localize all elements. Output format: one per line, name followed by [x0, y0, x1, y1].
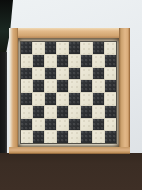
- square-g4: [93, 93, 104, 105]
- square-e8: [69, 42, 80, 54]
- square-a5: [21, 80, 32, 92]
- square-h8: [105, 42, 116, 54]
- square-g8: [93, 42, 104, 54]
- square-d3: [57, 106, 68, 118]
- square-e3: [69, 106, 80, 118]
- square-b6: [33, 68, 44, 80]
- square-d5: [57, 80, 68, 92]
- square-b5: [33, 80, 44, 92]
- square-a4: [21, 93, 32, 105]
- square-d8: [57, 42, 68, 54]
- square-h3: [105, 106, 116, 118]
- square-f4: [81, 93, 92, 105]
- wooden-board-box: [9, 28, 130, 154]
- square-g7: [93, 55, 104, 67]
- square-b3: [33, 106, 44, 118]
- frame-rail-bottom: [9, 147, 130, 154]
- square-h1: [105, 131, 116, 143]
- photo-scene: [0, 0, 142, 190]
- square-c6: [45, 68, 56, 80]
- square-f1: [81, 131, 92, 143]
- square-g3: [93, 106, 104, 118]
- square-c5: [45, 80, 56, 92]
- square-b8: [33, 42, 44, 54]
- square-c4: [45, 93, 56, 105]
- board-surface: [18, 38, 119, 147]
- checkerboard-grid: [20, 41, 117, 144]
- square-c2: [45, 119, 56, 131]
- square-a1: [21, 131, 32, 143]
- square-c3: [45, 106, 56, 118]
- square-e2: [69, 119, 80, 131]
- frame-rail-left: [9, 28, 18, 154]
- square-b2: [33, 119, 44, 131]
- square-h4: [105, 93, 116, 105]
- square-g6: [93, 68, 104, 80]
- square-h5: [105, 80, 116, 92]
- square-d7: [57, 55, 68, 67]
- square-h2: [105, 119, 116, 131]
- square-a8: [21, 42, 32, 54]
- square-f2: [81, 119, 92, 131]
- floor-surface: [0, 153, 142, 190]
- square-a2: [21, 119, 32, 131]
- square-a3: [21, 106, 32, 118]
- frame-rail-right: [119, 28, 130, 154]
- square-f8: [81, 42, 92, 54]
- left-edge-shadow: [0, 52, 7, 155]
- square-b4: [33, 93, 44, 105]
- square-c7: [45, 55, 56, 67]
- square-h7: [105, 55, 116, 67]
- square-e4: [69, 93, 80, 105]
- square-g2: [93, 119, 104, 131]
- square-d6: [57, 68, 68, 80]
- square-f3: [81, 106, 92, 118]
- square-e1: [69, 131, 80, 143]
- square-f6: [81, 68, 92, 80]
- square-g5: [93, 80, 104, 92]
- square-a7: [21, 55, 32, 67]
- square-b1: [33, 131, 44, 143]
- square-f7: [81, 55, 92, 67]
- square-e5: [69, 80, 80, 92]
- square-f5: [81, 80, 92, 92]
- square-a6: [21, 68, 32, 80]
- square-c1: [45, 131, 56, 143]
- square-h6: [105, 68, 116, 80]
- frame-rail-top: [9, 28, 130, 38]
- square-e7: [69, 55, 80, 67]
- square-d4: [57, 93, 68, 105]
- square-e6: [69, 68, 80, 80]
- square-c8: [45, 42, 56, 54]
- square-g1: [93, 131, 104, 143]
- square-d1: [57, 131, 68, 143]
- square-d2: [57, 119, 68, 131]
- square-b7: [33, 55, 44, 67]
